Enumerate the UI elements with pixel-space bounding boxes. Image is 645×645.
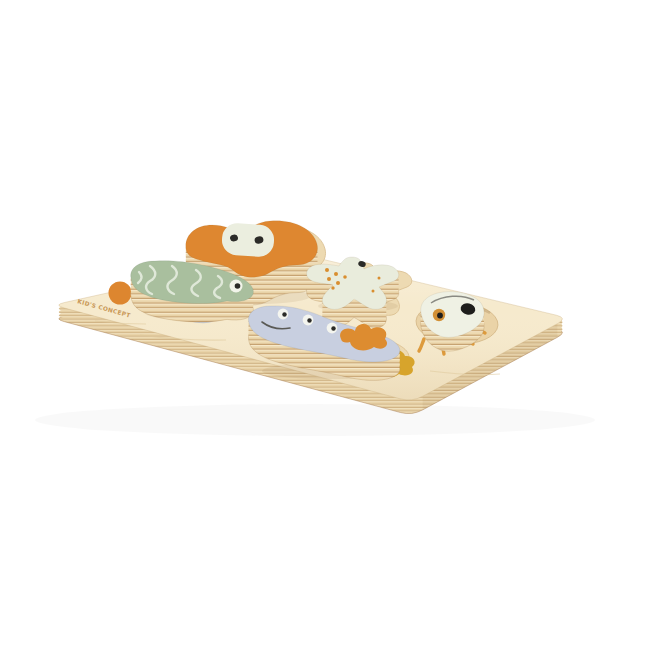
board-cast-shadow — [35, 404, 595, 436]
puzzle-scene: KID'S CONCEPT — [0, 0, 645, 645]
green-fish-pupil — [235, 283, 241, 289]
green-fish-painted-tail — [109, 282, 132, 305]
piece-octopus[interactable] — [421, 292, 484, 352]
product-photo: KID'S CONCEPT — [0, 0, 645, 645]
octopus-left-pupil — [437, 313, 443, 319]
orange-fish-face-patch — [221, 222, 275, 258]
